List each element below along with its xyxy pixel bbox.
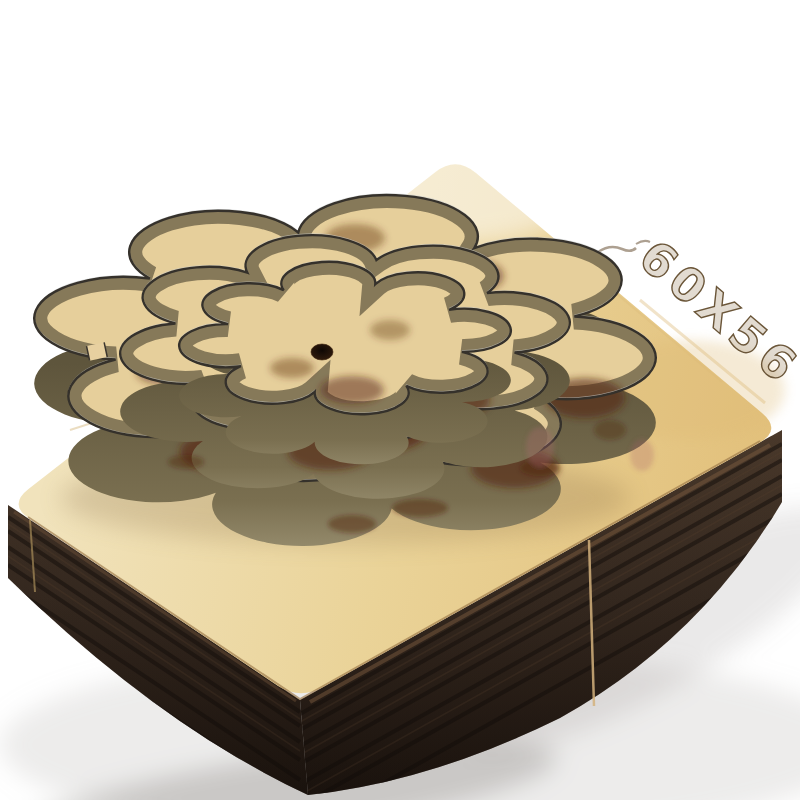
photo-canvas: 60X56: [0, 0, 800, 800]
blade-ring-inner: [179, 261, 511, 465]
product-photo: 60X56: [0, 0, 800, 800]
center-pilot-hole: [311, 344, 333, 360]
